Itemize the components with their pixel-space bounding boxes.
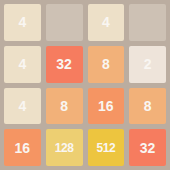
empty-cell — [129, 4, 166, 41]
tile-2: 2 — [129, 46, 166, 83]
tile-16: 16 — [4, 129, 41, 166]
tile-4: 4 — [4, 46, 41, 83]
tile-32: 32 — [129, 129, 166, 166]
tile-8: 8 — [88, 46, 125, 83]
tile-128: 128 — [46, 129, 83, 166]
tile-4: 4 — [88, 4, 125, 41]
tile-8: 8 — [46, 88, 83, 125]
tile-512: 512 — [88, 129, 125, 166]
tile-4: 4 — [4, 88, 41, 125]
tile-4: 4 — [4, 4, 41, 41]
2048-board[interactable]: 4443282481681612851232 — [0, 0, 170, 170]
tile-32: 32 — [46, 46, 83, 83]
empty-cell — [46, 4, 83, 41]
tile-8: 8 — [129, 88, 166, 125]
tile-16: 16 — [88, 88, 125, 125]
